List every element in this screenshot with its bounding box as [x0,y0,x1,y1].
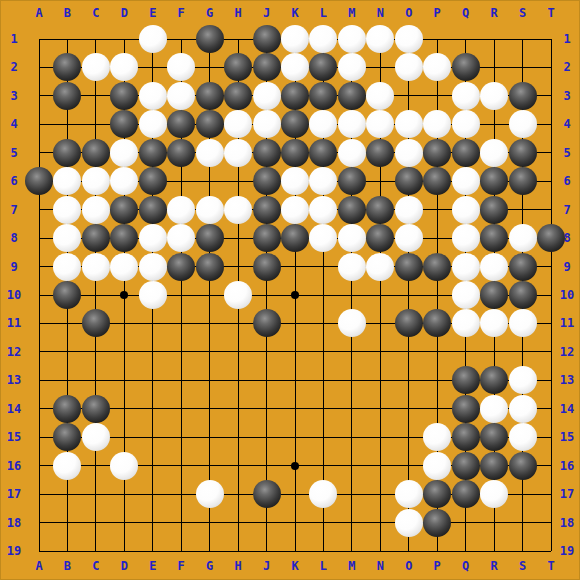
intersection[interactable] [167,508,195,536]
intersection[interactable] [480,309,508,337]
intersection[interactable] [110,451,138,479]
intersection[interactable] [423,82,451,110]
intersection[interactable] [167,82,195,110]
intersection[interactable] [195,25,223,53]
intersection[interactable] [508,110,536,138]
intersection[interactable] [25,480,53,508]
intersection[interactable] [366,167,394,195]
intersection[interactable] [139,82,167,110]
intersection[interactable] [53,82,81,110]
intersection[interactable] [423,395,451,423]
intersection[interactable] [366,110,394,138]
intersection[interactable] [508,423,536,451]
intersection[interactable] [281,366,309,394]
intersection[interactable] [480,537,508,565]
intersection[interactable] [537,25,565,53]
intersection[interactable] [195,252,223,280]
intersection[interactable] [139,25,167,53]
intersection[interactable] [508,195,536,223]
intersection[interactable] [252,25,280,53]
intersection[interactable] [537,366,565,394]
intersection[interactable] [451,451,479,479]
intersection[interactable] [451,395,479,423]
intersection[interactable] [508,25,536,53]
intersection[interactable] [281,281,309,309]
intersection[interactable] [537,167,565,195]
intersection[interactable] [25,366,53,394]
intersection[interactable] [366,423,394,451]
intersection[interactable] [281,508,309,536]
intersection[interactable] [423,338,451,366]
intersection[interactable] [281,110,309,138]
intersection[interactable] [167,167,195,195]
intersection[interactable] [195,451,223,479]
intersection[interactable] [224,195,252,223]
intersection[interactable] [309,110,337,138]
intersection[interactable] [252,139,280,167]
intersection[interactable] [395,451,423,479]
intersection[interactable] [480,281,508,309]
intersection[interactable] [395,309,423,337]
intersection[interactable] [451,338,479,366]
intersection[interactable] [110,110,138,138]
intersection[interactable] [110,366,138,394]
intersection[interactable] [139,423,167,451]
intersection[interactable] [252,53,280,81]
intersection[interactable] [195,338,223,366]
intersection[interactable] [110,395,138,423]
intersection[interactable] [252,82,280,110]
intersection[interactable] [338,82,366,110]
intersection[interactable] [395,366,423,394]
intersection[interactable] [53,167,81,195]
intersection[interactable] [451,224,479,252]
intersection[interactable] [82,110,110,138]
intersection[interactable] [25,25,53,53]
intersection[interactable] [395,281,423,309]
intersection[interactable] [338,366,366,394]
intersection[interactable] [395,338,423,366]
intersection[interactable] [139,224,167,252]
intersection[interactable] [309,338,337,366]
intersection[interactable] [395,252,423,280]
intersection[interactable] [110,423,138,451]
intersection[interactable] [508,309,536,337]
intersection[interactable] [224,508,252,536]
intersection[interactable] [139,395,167,423]
intersection[interactable] [451,82,479,110]
intersection[interactable] [110,167,138,195]
intersection[interactable] [252,451,280,479]
intersection[interactable] [309,309,337,337]
intersection[interactable] [480,366,508,394]
intersection[interactable] [53,110,81,138]
intersection[interactable] [224,281,252,309]
intersection[interactable] [480,110,508,138]
intersection[interactable] [395,53,423,81]
intersection[interactable] [338,224,366,252]
intersection[interactable] [167,480,195,508]
intersection[interactable] [508,366,536,394]
intersection[interactable] [338,480,366,508]
intersection[interactable] [224,224,252,252]
intersection[interactable] [82,25,110,53]
intersection[interactable] [281,224,309,252]
intersection[interactable] [309,25,337,53]
intersection[interactable] [508,281,536,309]
intersection[interactable] [224,82,252,110]
intersection[interactable] [537,195,565,223]
intersection[interactable] [451,167,479,195]
intersection[interactable] [338,338,366,366]
intersection[interactable] [537,110,565,138]
intersection[interactable] [366,224,394,252]
intersection[interactable] [423,224,451,252]
intersection[interactable] [281,25,309,53]
intersection[interactable] [423,53,451,81]
intersection[interactable] [508,224,536,252]
intersection[interactable] [110,82,138,110]
intersection[interactable] [480,82,508,110]
intersection[interactable] [53,309,81,337]
intersection[interactable] [53,451,81,479]
intersection[interactable] [395,167,423,195]
intersection[interactable] [82,423,110,451]
intersection[interactable] [167,195,195,223]
intersection[interactable] [451,480,479,508]
intersection[interactable] [224,537,252,565]
intersection[interactable] [139,167,167,195]
intersection[interactable] [195,366,223,394]
intersection[interactable] [451,309,479,337]
intersection[interactable] [139,139,167,167]
intersection[interactable] [281,423,309,451]
intersection[interactable] [451,252,479,280]
intersection[interactable] [25,224,53,252]
intersection[interactable] [25,537,53,565]
intersection[interactable] [366,25,394,53]
intersection[interactable] [451,423,479,451]
intersection[interactable] [195,537,223,565]
intersection[interactable] [395,25,423,53]
intersection[interactable] [366,338,394,366]
intersection[interactable] [82,195,110,223]
intersection[interactable] [139,195,167,223]
intersection[interactable] [395,537,423,565]
intersection[interactable] [309,480,337,508]
intersection[interactable] [309,252,337,280]
intersection[interactable] [252,252,280,280]
intersection[interactable] [167,451,195,479]
intersection[interactable] [224,395,252,423]
intersection[interactable] [53,224,81,252]
intersection[interactable] [195,508,223,536]
intersection[interactable] [281,537,309,565]
intersection[interactable] [139,252,167,280]
intersection[interactable] [338,451,366,479]
intersection[interactable] [224,423,252,451]
intersection[interactable] [195,309,223,337]
intersection[interactable] [25,423,53,451]
intersection[interactable] [423,167,451,195]
intersection[interactable] [451,110,479,138]
intersection[interactable] [480,139,508,167]
intersection[interactable] [423,252,451,280]
intersection[interactable] [281,82,309,110]
intersection[interactable] [423,195,451,223]
intersection[interactable] [338,195,366,223]
intersection[interactable] [338,537,366,565]
intersection[interactable] [195,195,223,223]
intersection[interactable] [167,309,195,337]
intersection[interactable] [195,82,223,110]
intersection[interactable] [537,480,565,508]
intersection[interactable] [252,537,280,565]
intersection[interactable] [53,252,81,280]
intersection[interactable] [110,224,138,252]
intersection[interactable] [395,508,423,536]
intersection[interactable] [224,167,252,195]
intersection[interactable] [480,395,508,423]
intersection[interactable] [25,451,53,479]
intersection[interactable] [139,53,167,81]
intersection[interactable] [252,480,280,508]
intersection[interactable] [508,338,536,366]
intersection[interactable] [82,366,110,394]
intersection[interactable] [252,395,280,423]
intersection[interactable] [366,252,394,280]
intersection[interactable] [451,366,479,394]
intersection[interactable] [480,53,508,81]
intersection[interactable] [25,508,53,536]
intersection[interactable] [53,537,81,565]
intersection[interactable] [252,167,280,195]
intersection[interactable] [480,451,508,479]
intersection[interactable] [224,25,252,53]
intersection[interactable] [423,508,451,536]
intersection[interactable] [309,537,337,565]
intersection[interactable] [537,395,565,423]
intersection[interactable] [309,451,337,479]
intersection[interactable] [395,480,423,508]
intersection[interactable] [309,53,337,81]
intersection[interactable] [338,508,366,536]
intersection[interactable] [309,224,337,252]
intersection[interactable] [366,395,394,423]
intersection[interactable] [224,309,252,337]
intersection[interactable] [366,366,394,394]
intersection[interactable] [195,224,223,252]
intersection[interactable] [508,252,536,280]
intersection[interactable] [395,395,423,423]
intersection[interactable] [110,537,138,565]
intersection[interactable] [537,451,565,479]
intersection[interactable] [309,423,337,451]
intersection[interactable] [423,537,451,565]
intersection[interactable] [224,451,252,479]
intersection[interactable] [167,53,195,81]
intersection[interactable] [281,195,309,223]
intersection[interactable] [195,395,223,423]
intersection[interactable] [53,195,81,223]
intersection[interactable] [53,480,81,508]
intersection[interactable] [53,53,81,81]
intersection[interactable] [252,338,280,366]
intersection[interactable] [139,309,167,337]
intersection[interactable] [139,281,167,309]
intersection[interactable] [508,82,536,110]
intersection[interactable] [537,53,565,81]
intersection[interactable] [53,366,81,394]
intersection[interactable] [423,366,451,394]
intersection[interactable] [423,110,451,138]
intersection[interactable] [25,167,53,195]
intersection[interactable] [82,451,110,479]
intersection[interactable] [139,480,167,508]
intersection[interactable] [451,25,479,53]
intersection[interactable] [139,537,167,565]
intersection[interactable] [281,252,309,280]
intersection[interactable] [25,252,53,280]
intersection[interactable] [395,82,423,110]
intersection[interactable] [252,309,280,337]
intersection[interactable] [195,281,223,309]
intersection[interactable] [338,309,366,337]
intersection[interactable] [224,110,252,138]
intersection[interactable] [252,366,280,394]
intersection[interactable] [423,451,451,479]
intersection[interactable] [395,195,423,223]
intersection[interactable] [82,508,110,536]
intersection[interactable] [309,366,337,394]
intersection[interactable] [281,451,309,479]
intersection[interactable] [139,110,167,138]
intersection[interactable] [167,423,195,451]
intersection[interactable] [224,53,252,81]
intersection[interactable] [252,508,280,536]
intersection[interactable] [167,139,195,167]
intersection[interactable] [167,395,195,423]
intersection[interactable] [110,252,138,280]
intersection[interactable] [281,167,309,195]
intersection[interactable] [508,480,536,508]
intersection[interactable] [480,224,508,252]
intersection[interactable] [167,252,195,280]
intersection[interactable] [110,338,138,366]
intersection[interactable] [451,195,479,223]
intersection[interactable] [195,139,223,167]
intersection[interactable] [537,338,565,366]
intersection[interactable] [82,167,110,195]
intersection[interactable] [338,395,366,423]
intersection[interactable] [309,167,337,195]
intersection[interactable] [110,195,138,223]
intersection[interactable] [195,53,223,81]
intersection[interactable] [25,53,53,81]
intersection[interactable] [395,423,423,451]
intersection[interactable] [110,139,138,167]
intersection[interactable] [537,252,565,280]
intersection[interactable] [25,139,53,167]
intersection[interactable] [252,423,280,451]
intersection[interactable] [366,82,394,110]
intersection[interactable] [480,195,508,223]
intersection[interactable] [366,195,394,223]
intersection[interactable] [139,451,167,479]
intersection[interactable] [309,82,337,110]
intersection[interactable] [281,395,309,423]
intersection[interactable] [480,508,508,536]
intersection[interactable] [338,53,366,81]
intersection[interactable] [281,309,309,337]
intersection[interactable] [224,139,252,167]
intersection[interactable] [451,53,479,81]
intersection[interactable] [281,480,309,508]
intersection[interactable] [338,139,366,167]
intersection[interactable] [82,224,110,252]
intersection[interactable] [53,508,81,536]
intersection[interactable] [167,281,195,309]
intersection[interactable] [366,281,394,309]
intersection[interactable] [508,537,536,565]
intersection[interactable] [366,537,394,565]
intersection[interactable] [309,195,337,223]
intersection[interactable] [366,508,394,536]
intersection[interactable] [25,82,53,110]
intersection[interactable] [53,423,81,451]
intersection[interactable] [195,110,223,138]
intersection[interactable] [167,338,195,366]
intersection[interactable] [480,252,508,280]
intersection[interactable] [195,423,223,451]
intersection[interactable] [224,366,252,394]
intersection[interactable] [395,110,423,138]
intersection[interactable] [82,281,110,309]
intersection[interactable] [309,395,337,423]
intersection[interactable] [338,423,366,451]
intersection[interactable] [224,480,252,508]
intersection[interactable] [395,224,423,252]
intersection[interactable] [139,508,167,536]
intersection[interactable] [451,508,479,536]
intersection[interactable] [537,281,565,309]
intersection[interactable] [338,25,366,53]
intersection[interactable] [82,309,110,337]
intersection[interactable] [508,508,536,536]
intersection[interactable] [224,252,252,280]
intersection[interactable] [366,139,394,167]
intersection[interactable] [537,309,565,337]
intersection[interactable] [338,167,366,195]
intersection[interactable] [139,338,167,366]
intersection[interactable] [338,281,366,309]
intersection[interactable] [167,25,195,53]
intersection[interactable] [252,110,280,138]
intersection[interactable] [25,309,53,337]
intersection[interactable] [537,139,565,167]
intersection[interactable] [366,309,394,337]
intersection[interactable] [82,53,110,81]
intersection[interactable] [167,110,195,138]
intersection[interactable] [537,508,565,536]
intersection[interactable] [423,480,451,508]
intersection[interactable] [252,224,280,252]
intersection[interactable] [366,451,394,479]
intersection[interactable] [537,423,565,451]
intersection[interactable] [53,25,81,53]
intersection[interactable] [82,82,110,110]
intersection[interactable] [395,139,423,167]
